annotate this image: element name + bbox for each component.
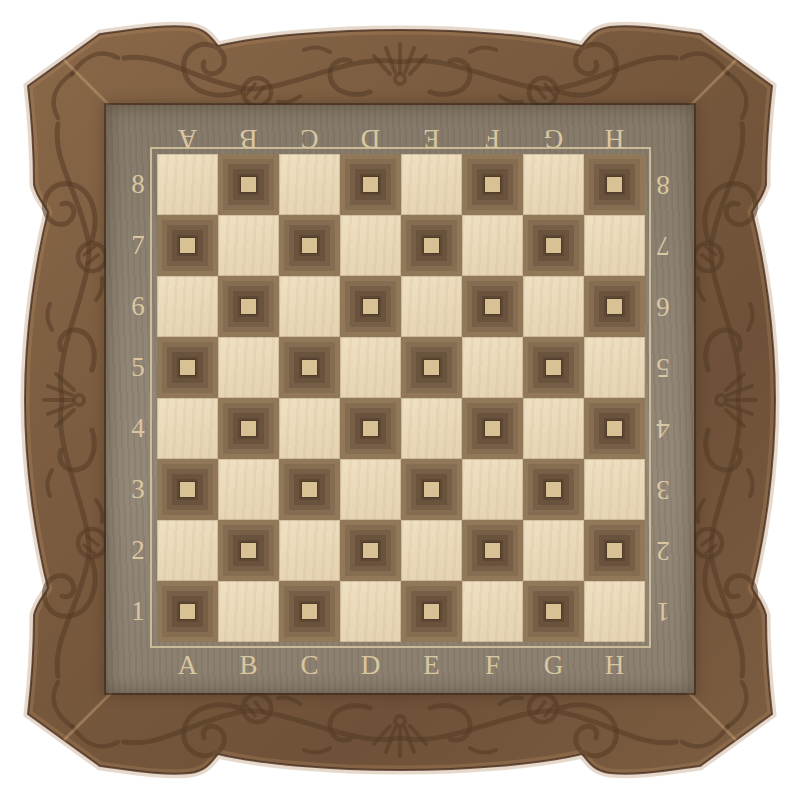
rank-label-left-2: 2 xyxy=(120,520,156,581)
inlay-square xyxy=(484,176,501,193)
file-labels-top: ABCDEFGH xyxy=(157,122,645,156)
inlay-square xyxy=(240,176,257,193)
rank-label-right-4: 4 xyxy=(645,398,681,459)
file-label-bottom-b: B xyxy=(218,648,279,682)
file-label-top-g: G xyxy=(523,122,584,156)
square-b6[interactable] xyxy=(218,276,279,337)
inlay-square xyxy=(362,542,379,559)
square-e1[interactable] xyxy=(401,581,462,642)
file-label-bottom-f: F xyxy=(462,648,523,682)
square-a5[interactable] xyxy=(157,337,218,398)
square-b2[interactable] xyxy=(218,520,279,581)
square-g5[interactable] xyxy=(523,337,584,398)
square-a6[interactable] xyxy=(157,276,218,337)
inlay-square xyxy=(301,237,318,254)
rank-label-left-8: 8 xyxy=(120,154,156,215)
square-g7[interactable] xyxy=(523,215,584,276)
square-d2[interactable] xyxy=(340,520,401,581)
square-g2[interactable] xyxy=(523,520,584,581)
inlay-square xyxy=(606,176,623,193)
inlay-square xyxy=(240,420,257,437)
square-b5[interactable] xyxy=(218,337,279,398)
square-b4[interactable] xyxy=(218,398,279,459)
square-b7[interactable] xyxy=(218,215,279,276)
square-h3[interactable] xyxy=(584,459,645,520)
square-d7[interactable] xyxy=(340,215,401,276)
square-c7[interactable] xyxy=(279,215,340,276)
square-d5[interactable] xyxy=(340,337,401,398)
inlay-square xyxy=(545,359,562,376)
inlay-square xyxy=(423,481,440,498)
file-labels-bottom: ABCDEFGH xyxy=(157,648,645,682)
inlay-square xyxy=(606,298,623,315)
inlay-square xyxy=(423,359,440,376)
square-h1[interactable] xyxy=(584,581,645,642)
file-label-bottom-h: H xyxy=(584,648,645,682)
rank-label-left-3: 3 xyxy=(120,459,156,520)
file-label-top-f: F xyxy=(462,122,523,156)
square-d6[interactable] xyxy=(340,276,401,337)
square-h5[interactable] xyxy=(584,337,645,398)
inlay-square xyxy=(362,298,379,315)
inlay-square xyxy=(179,237,196,254)
square-h6[interactable] xyxy=(584,276,645,337)
square-a8[interactable] xyxy=(157,154,218,215)
inlay-square xyxy=(606,420,623,437)
square-h4[interactable] xyxy=(584,398,645,459)
square-g3[interactable] xyxy=(523,459,584,520)
square-c6[interactable] xyxy=(279,276,340,337)
inlay-square xyxy=(423,237,440,254)
inlay-square xyxy=(179,603,196,620)
file-label-top-c: C xyxy=(279,122,340,156)
inlay-square xyxy=(179,359,196,376)
square-a2[interactable] xyxy=(157,520,218,581)
inlay-square xyxy=(362,420,379,437)
file-label-top-h: H xyxy=(584,122,645,156)
inlay-square xyxy=(240,542,257,559)
square-a7[interactable] xyxy=(157,215,218,276)
square-b3[interactable] xyxy=(218,459,279,520)
square-c3[interactable] xyxy=(279,459,340,520)
file-label-bottom-d: D xyxy=(340,648,401,682)
rank-label-left-4: 4 xyxy=(120,398,156,459)
square-d1[interactable] xyxy=(340,581,401,642)
square-e7[interactable] xyxy=(401,215,462,276)
inlay-square xyxy=(545,603,562,620)
inlay-square xyxy=(484,298,501,315)
inlay-square xyxy=(301,603,318,620)
square-f2[interactable] xyxy=(462,520,523,581)
square-f1[interactable] xyxy=(462,581,523,642)
rank-label-left-7: 7 xyxy=(120,215,156,276)
chess-board-photo: ABCDEFGH ABCDEFGH 87654321 87654321 xyxy=(0,0,800,800)
chess-grid xyxy=(157,154,645,642)
rank-label-left-5: 5 xyxy=(120,337,156,398)
square-c8[interactable] xyxy=(279,154,340,215)
square-a1[interactable] xyxy=(157,581,218,642)
inlay-square xyxy=(240,298,257,315)
square-h7[interactable] xyxy=(584,215,645,276)
square-f5[interactable] xyxy=(462,337,523,398)
inlay-square xyxy=(423,603,440,620)
square-g8[interactable] xyxy=(523,154,584,215)
rank-label-left-1: 1 xyxy=(120,581,156,642)
inlay-square xyxy=(301,481,318,498)
square-h8[interactable] xyxy=(584,154,645,215)
square-g6[interactable] xyxy=(523,276,584,337)
square-f8[interactable] xyxy=(462,154,523,215)
square-f7[interactable] xyxy=(462,215,523,276)
inlay-square xyxy=(301,359,318,376)
inlay-square xyxy=(545,237,562,254)
rank-label-right-8: 8 xyxy=(645,154,681,215)
rank-label-right-6: 6 xyxy=(645,276,681,337)
square-h2[interactable] xyxy=(584,520,645,581)
rank-label-right-1: 1 xyxy=(645,581,681,642)
inlay-square xyxy=(362,176,379,193)
file-label-bottom-e: E xyxy=(401,648,462,682)
square-d3[interactable] xyxy=(340,459,401,520)
file-label-bottom-c: C xyxy=(279,648,340,682)
rank-labels-left: 87654321 xyxy=(120,154,156,642)
square-a3[interactable] xyxy=(157,459,218,520)
file-label-top-d: D xyxy=(340,122,401,156)
square-c1[interactable] xyxy=(279,581,340,642)
square-e5[interactable] xyxy=(401,337,462,398)
square-c5[interactable] xyxy=(279,337,340,398)
inlay-square xyxy=(545,481,562,498)
rank-label-right-5: 5 xyxy=(645,337,681,398)
square-g4[interactable] xyxy=(523,398,584,459)
square-f6[interactable] xyxy=(462,276,523,337)
square-e8[interactable] xyxy=(401,154,462,215)
square-e4[interactable] xyxy=(401,398,462,459)
square-g1[interactable] xyxy=(523,581,584,642)
square-c4[interactable] xyxy=(279,398,340,459)
square-e3[interactable] xyxy=(401,459,462,520)
square-c2[interactable] xyxy=(279,520,340,581)
square-f3[interactable] xyxy=(462,459,523,520)
inlay-square xyxy=(179,481,196,498)
square-e6[interactable] xyxy=(401,276,462,337)
inlay-square xyxy=(484,420,501,437)
file-label-top-a: A xyxy=(157,122,218,156)
rank-labels-right: 87654321 xyxy=(645,154,681,642)
rank-label-left-6: 6 xyxy=(120,276,156,337)
file-label-top-b: B xyxy=(218,122,279,156)
square-d4[interactable] xyxy=(340,398,401,459)
square-b8[interactable] xyxy=(218,154,279,215)
file-label-bottom-g: G xyxy=(523,648,584,682)
inlay-square xyxy=(484,542,501,559)
square-d8[interactable] xyxy=(340,154,401,215)
inlay-square xyxy=(606,542,623,559)
square-e2[interactable] xyxy=(401,520,462,581)
rank-label-right-7: 7 xyxy=(645,215,681,276)
file-label-bottom-a: A xyxy=(157,648,218,682)
file-label-top-e: E xyxy=(401,122,462,156)
square-f4[interactable] xyxy=(462,398,523,459)
square-a4[interactable] xyxy=(157,398,218,459)
square-b1[interactable] xyxy=(218,581,279,642)
rank-label-right-3: 3 xyxy=(645,459,681,520)
rank-label-right-2: 2 xyxy=(645,520,681,581)
